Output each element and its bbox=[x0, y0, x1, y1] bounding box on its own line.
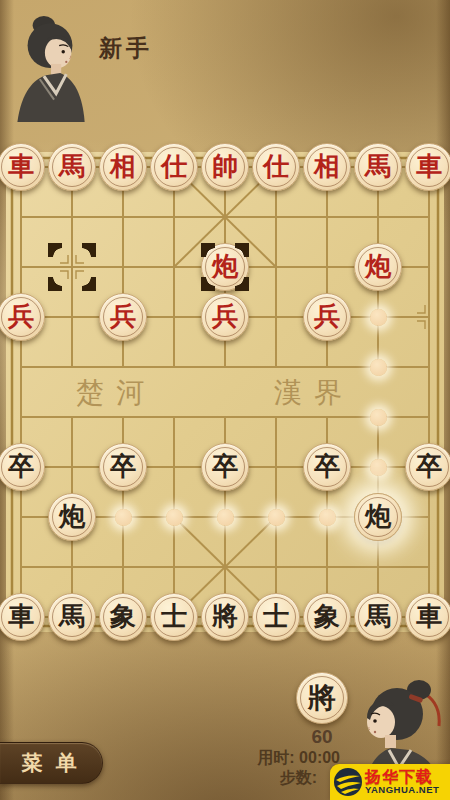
piece-red-馬[interactable]: 馬 bbox=[48, 143, 96, 191]
piece-red-仕[interactable]: 仕 bbox=[252, 143, 300, 191]
avatar-top-illustration bbox=[6, 12, 94, 122]
piece-black-象[interactable]: 象 bbox=[303, 593, 351, 641]
marker-corner bbox=[82, 243, 96, 257]
piece-black-車[interactable]: 車 bbox=[0, 593, 45, 641]
move-hint-dot[interactable] bbox=[268, 509, 285, 526]
piece-red-相[interactable]: 相 bbox=[99, 143, 147, 191]
piece-black-士[interactable]: 士 bbox=[252, 593, 300, 641]
time-used-label: 用时: bbox=[257, 749, 294, 766]
piece-red-帥[interactable]: 帥 bbox=[201, 143, 249, 191]
piece-black-士[interactable]: 士 bbox=[150, 593, 198, 641]
xiangqi-board[interactable]: 楚河 漢界 車馬相仕帥仕相馬車炮炮兵兵兵兵卒卒卒卒卒炮炮車馬象士將士象馬車 bbox=[0, 140, 450, 637]
mode-label: 新手 bbox=[99, 33, 153, 64]
piece-black-卒[interactable]: 卒 bbox=[303, 443, 351, 491]
piece-red-炮[interactable]: 炮 bbox=[354, 243, 402, 291]
move-hint-dot[interactable] bbox=[370, 409, 387, 426]
watermark-domain: YANGHUA.NET bbox=[365, 785, 439, 795]
piece-black-卒[interactable]: 卒 bbox=[99, 443, 147, 491]
move-hint-dot[interactable] bbox=[319, 509, 336, 526]
piece-red-相[interactable]: 相 bbox=[303, 143, 351, 191]
piece-red-兵[interactable]: 兵 bbox=[303, 293, 351, 341]
last-move-marker bbox=[48, 243, 96, 291]
piece-red-炮[interactable]: 炮 bbox=[201, 243, 249, 291]
piece-black-卒[interactable]: 卒 bbox=[405, 443, 450, 491]
watermark-title: 扬华下载 bbox=[365, 769, 439, 785]
piece-red-仕[interactable]: 仕 bbox=[150, 143, 198, 191]
marker-corner bbox=[48, 277, 62, 291]
piece-black-象[interactable]: 象 bbox=[99, 593, 147, 641]
move-hint-dot[interactable] bbox=[370, 459, 387, 476]
piece-layer: 車馬相仕帥仕相馬車炮炮兵兵兵兵卒卒卒卒卒炮炮車馬象士將士象馬車 bbox=[0, 140, 450, 637]
piece-black-車[interactable]: 車 bbox=[405, 593, 450, 641]
move-hint-dot[interactable] bbox=[370, 309, 387, 326]
watermark-text: 扬华下载 YANGHUA.NET bbox=[365, 769, 439, 795]
xiangqi-app-screen: { "game": "xiangqi", "app": { "mode_labe… bbox=[0, 0, 450, 800]
piece-black-卒[interactable]: 卒 bbox=[0, 443, 45, 491]
piece-black-馬[interactable]: 馬 bbox=[48, 593, 96, 641]
watermark-banner: 扬华下载 YANGHUA.NET bbox=[330, 764, 450, 800]
move-hint-dot[interactable] bbox=[217, 509, 234, 526]
piece-black-炮-selected[interactable]: 炮 bbox=[354, 493, 402, 541]
move-hint-dot[interactable] bbox=[370, 359, 387, 376]
piece-red-兵[interactable]: 兵 bbox=[99, 293, 147, 341]
marker-corner bbox=[48, 243, 62, 257]
move-hint-dot[interactable] bbox=[115, 509, 132, 526]
piece-red-車[interactable]: 車 bbox=[405, 143, 450, 191]
piece-black-卒[interactable]: 卒 bbox=[201, 443, 249, 491]
move-count-label: 步数: bbox=[280, 769, 317, 786]
menu-button-label: 菜 单 bbox=[21, 749, 80, 777]
time-used-value: 00:00 bbox=[299, 749, 340, 766]
piece-red-馬[interactable]: 馬 bbox=[354, 143, 402, 191]
move-hint-dot[interactable] bbox=[166, 509, 183, 526]
menu-button[interactable]: 菜 单 bbox=[0, 742, 103, 784]
watermark-logo-icon bbox=[332, 766, 364, 798]
piece-black-炮[interactable]: 炮 bbox=[48, 493, 96, 541]
player-avatar-top bbox=[6, 12, 94, 126]
piece-black-將[interactable]: 將 bbox=[201, 593, 249, 641]
marker-corner bbox=[82, 277, 96, 291]
piece-red-兵[interactable]: 兵 bbox=[0, 293, 45, 341]
piece-red-車[interactable]: 車 bbox=[0, 143, 45, 191]
time-used: 用时: 00:00 bbox=[257, 748, 340, 769]
piece-red-兵[interactable]: 兵 bbox=[201, 293, 249, 341]
piece-black-馬[interactable]: 馬 bbox=[354, 593, 402, 641]
move-count: 步数: bbox=[280, 768, 317, 789]
